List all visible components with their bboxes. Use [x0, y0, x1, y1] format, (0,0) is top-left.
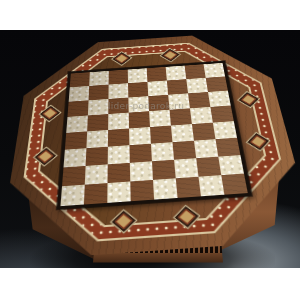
- square-a3[interactable]: [63, 148, 86, 167]
- square-d4[interactable]: [129, 127, 151, 145]
- square-a5[interactable]: [66, 115, 88, 132]
- square-b8[interactable]: [89, 71, 109, 86]
- square-h5[interactable]: [210, 105, 233, 122]
- square-b3[interactable]: [86, 147, 108, 166]
- square-h1[interactable]: [221, 174, 248, 195]
- chess-box-top: [0, 31, 300, 262]
- chess-board: [60, 63, 247, 206]
- square-h7[interactable]: [206, 76, 228, 92]
- square-f8[interactable]: [166, 66, 187, 81]
- square-a8[interactable]: [70, 72, 90, 87]
- square-f3[interactable]: [172, 141, 196, 160]
- square-c3[interactable]: [108, 145, 130, 164]
- board-frame: [57, 61, 252, 209]
- square-f4[interactable]: [171, 124, 194, 142]
- square-g2[interactable]: [196, 157, 221, 177]
- square-d1[interactable]: [130, 180, 154, 201]
- square-g5[interactable]: [190, 107, 213, 124]
- square-e3[interactable]: [151, 142, 174, 161]
- square-b5[interactable]: [87, 114, 108, 131]
- watermark: lider-podarok.ru: [108, 101, 184, 111]
- square-f1[interactable]: [176, 177, 201, 198]
- square-d7[interactable]: [128, 82, 148, 98]
- square-g7[interactable]: [186, 78, 208, 94]
- square-c4[interactable]: [108, 128, 130, 146]
- square-h3[interactable]: [215, 138, 240, 157]
- square-c2[interactable]: [108, 163, 131, 183]
- square-c5[interactable]: [108, 113, 129, 130]
- square-c7[interactable]: [108, 83, 128, 99]
- square-a2[interactable]: [62, 166, 86, 186]
- square-e4[interactable]: [150, 126, 172, 144]
- square-a6[interactable]: [67, 100, 88, 117]
- square-a4[interactable]: [65, 131, 87, 149]
- square-b2[interactable]: [85, 164, 108, 184]
- square-d5[interactable]: [129, 111, 150, 128]
- scene: [0, 30, 300, 268]
- square-g8[interactable]: [185, 64, 206, 79]
- square-e2[interactable]: [152, 160, 176, 180]
- square-e8[interactable]: [147, 67, 167, 82]
- square-g4[interactable]: [192, 123, 216, 141]
- square-b7[interactable]: [89, 85, 109, 101]
- square-g6[interactable]: [188, 92, 210, 108]
- square-c8[interactable]: [109, 70, 128, 85]
- square-h2[interactable]: [218, 155, 244, 175]
- square-a1[interactable]: [60, 185, 84, 206]
- square-d8[interactable]: [128, 68, 148, 83]
- square-d2[interactable]: [130, 161, 153, 181]
- square-b4[interactable]: [86, 130, 108, 148]
- square-f2[interactable]: [174, 158, 198, 178]
- square-e1[interactable]: [153, 178, 178, 199]
- square-g3[interactable]: [194, 139, 218, 158]
- square-b1[interactable]: [84, 183, 108, 204]
- square-d3[interactable]: [129, 144, 152, 163]
- square-h4[interactable]: [213, 121, 237, 139]
- square-f7[interactable]: [167, 79, 188, 95]
- square-b6[interactable]: [88, 99, 109, 116]
- square-a7[interactable]: [69, 86, 90, 102]
- square-h8[interactable]: [204, 63, 226, 78]
- square-e7[interactable]: [147, 80, 168, 96]
- square-c1[interactable]: [107, 181, 130, 202]
- square-g1[interactable]: [198, 175, 224, 196]
- square-e5[interactable]: [149, 110, 171, 127]
- photo-background: lider-podarok.ru: [0, 30, 300, 268]
- square-h6[interactable]: [208, 91, 231, 107]
